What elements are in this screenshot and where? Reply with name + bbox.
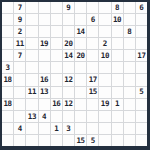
clue-cell-r9c6[interactable]: 12 [63, 99, 74, 110]
empty-cell-r7c12[interactable] [136, 74, 147, 85]
clue-cell-r5c6[interactable]: 14 [63, 50, 74, 61]
clue-cell-r12c7[interactable]: 15 [75, 135, 86, 146]
empty-cell-r3c12[interactable] [136, 26, 147, 37]
clue-cell-r8c3[interactable]: 11 [26, 87, 37, 98]
empty-cell-r12c9[interactable] [99, 135, 110, 146]
empty-cell-r11c1[interactable] [2, 123, 13, 134]
empty-cell-r9c4[interactable] [39, 99, 50, 110]
clue-cell-r12c8[interactable]: 5 [87, 135, 98, 146]
empty-cell-r6c12[interactable] [136, 62, 147, 73]
clue-cell-r5c2[interactable]: 7 [14, 50, 25, 61]
empty-cell-r2c11[interactable] [124, 14, 135, 25]
empty-cell-r1c5[interactable] [51, 2, 62, 13]
clue-cell-r4c4[interactable]: 19 [39, 38, 50, 49]
clue-cell-r2c2[interactable]: 9 [14, 14, 25, 25]
empty-cell-r7c2[interactable] [14, 74, 25, 85]
clue-cell-r3c7[interactable]: 14 [75, 26, 86, 37]
clue-cell-r8c12[interactable]: 5 [136, 87, 147, 98]
empty-cell-r11c11[interactable] [124, 123, 135, 134]
empty-cell-r6c8[interactable] [87, 62, 98, 73]
clue-cell-r5c7[interactable]: 20 [75, 50, 86, 61]
clue-cell-r3c11[interactable]: 8 [124, 26, 135, 37]
empty-cell-r5c1[interactable] [2, 50, 13, 61]
empty-cell-r7c5[interactable] [51, 74, 62, 85]
empty-cell-r6c7[interactable] [75, 62, 86, 73]
clue-cell-r5c12[interactable]: 17 [136, 50, 147, 61]
clue-cell-r7c1[interactable]: 18 [2, 74, 13, 85]
empty-cell-r2c3[interactable] [26, 14, 37, 25]
empty-cell-r12c4[interactable] [39, 135, 50, 146]
empty-cell-r4c5[interactable] [51, 38, 62, 49]
clue-cell-r8c8[interactable]: 15 [87, 87, 98, 98]
empty-cell-r5c10[interactable] [112, 50, 123, 61]
empty-cell-r9c7[interactable] [75, 99, 86, 110]
empty-cell-r9c12[interactable] [136, 99, 147, 110]
clue-cell-r11c6[interactable]: 3 [63, 123, 74, 134]
empty-cell-r2c7[interactable] [75, 14, 86, 25]
empty-cell-r3c3[interactable] [26, 26, 37, 37]
empty-cell-r9c2[interactable] [14, 99, 25, 110]
clue-cell-r5c9[interactable]: 10 [99, 50, 110, 61]
empty-cell-r2c1[interactable] [2, 14, 13, 25]
empty-cell-r6c5[interactable] [51, 62, 62, 73]
empty-cell-r3c4[interactable] [39, 26, 50, 37]
clue-cell-r4c6[interactable]: 20 [63, 38, 74, 49]
empty-cell-r6c9[interactable] [99, 62, 110, 73]
empty-cell-r6c3[interactable] [26, 62, 37, 73]
empty-cell-r12c6[interactable] [63, 135, 74, 146]
empty-cell-r8c5[interactable] [51, 87, 62, 98]
clue-cell-r8c4[interactable]: 13 [39, 87, 50, 98]
empty-cell-r5c11[interactable] [124, 50, 135, 61]
clue-cell-r7c6[interactable]: 12 [63, 74, 74, 85]
clue-cell-r1c10[interactable]: 8 [112, 2, 123, 13]
empty-cell-r11c12[interactable] [136, 123, 147, 134]
clue-cell-r4c2[interactable]: 11 [14, 38, 25, 49]
empty-cell-r4c11[interactable] [124, 38, 135, 49]
clue-cell-r1c6[interactable]: 9 [63, 2, 74, 13]
empty-cell-r10c12[interactable] [136, 111, 147, 122]
empty-cell-r5c3[interactable] [26, 50, 37, 61]
empty-cell-r11c7[interactable] [75, 123, 86, 134]
empty-cell-r12c12[interactable] [136, 135, 147, 146]
empty-cell-r3c9[interactable] [99, 26, 110, 37]
clue-cell-r4c9[interactable]: 2 [99, 38, 110, 49]
clue-cell-r9c9[interactable]: 19 [99, 99, 110, 110]
empty-cell-r5c5[interactable] [51, 50, 62, 61]
empty-cell-r8c7[interactable] [75, 87, 86, 98]
empty-cell-r6c10[interactable] [112, 62, 123, 73]
empty-cell-r2c5[interactable] [51, 14, 62, 25]
empty-cell-r8c11[interactable] [124, 87, 135, 98]
empty-cell-r8c9[interactable] [99, 87, 110, 98]
clue-cell-r11c2[interactable]: 4 [14, 123, 25, 134]
empty-cell-r7c7[interactable] [75, 74, 86, 85]
clue-cell-r9c10[interactable]: 1 [112, 99, 123, 110]
clue-cell-r9c1[interactable]: 18 [2, 99, 13, 110]
empty-cell-r1c9[interactable] [99, 2, 110, 13]
empty-cell-r4c10[interactable] [112, 38, 123, 49]
empty-cell-r12c11[interactable] [124, 135, 135, 146]
empty-cell-r8c2[interactable] [14, 87, 25, 98]
empty-cell-r2c9[interactable] [99, 14, 110, 25]
empty-cell-r6c2[interactable] [14, 62, 25, 73]
clue-cell-r3c2[interactable]: 2 [14, 26, 25, 37]
empty-cell-r7c3[interactable] [26, 74, 37, 85]
empty-cell-r10c5[interactable] [51, 111, 62, 122]
empty-cell-r11c8[interactable] [87, 123, 98, 134]
clue-cell-r11c5[interactable]: 1 [51, 123, 62, 134]
empty-cell-r3c10[interactable] [112, 26, 123, 37]
empty-cell-r8c1[interactable] [2, 87, 13, 98]
empty-cell-r12c1[interactable] [2, 135, 13, 146]
empty-cell-r10c11[interactable] [124, 111, 135, 122]
empty-cell-r7c11[interactable] [124, 74, 135, 85]
empty-cell-r4c12[interactable] [136, 38, 147, 49]
empty-cell-r10c2[interactable] [14, 111, 25, 122]
empty-cell-r9c8[interactable] [87, 99, 98, 110]
clue-cell-r1c12[interactable]: 6 [136, 2, 147, 13]
clue-cell-r7c8[interactable]: 17 [87, 74, 98, 85]
empty-cell-r10c8[interactable] [87, 111, 98, 122]
empty-cell-r4c7[interactable] [75, 38, 86, 49]
empty-cell-r11c10[interactable] [112, 123, 123, 134]
empty-cell-r3c1[interactable] [2, 26, 13, 37]
clue-cell-r9c5[interactable]: 16 [51, 99, 62, 110]
empty-cell-r7c9[interactable] [99, 74, 110, 85]
empty-cell-r10c10[interactable] [112, 111, 123, 122]
empty-cell-r12c10[interactable] [112, 135, 123, 146]
numberlink-puzzle: 7986961021481119202714201017318161217111… [0, 0, 150, 150]
clue-cell-r2c10[interactable]: 10 [112, 14, 123, 25]
empty-cell-r6c4[interactable] [39, 62, 50, 73]
empty-cell-r2c4[interactable] [39, 14, 50, 25]
empty-cell-r11c3[interactable] [26, 123, 37, 134]
empty-cell-r3c5[interactable] [51, 26, 62, 37]
clue-cell-r10c3[interactable]: 13 [26, 111, 37, 122]
clue-cell-r6c1[interactable]: 3 [2, 62, 13, 73]
empty-cell-r3c8[interactable] [87, 26, 98, 37]
empty-cell-r10c7[interactable] [75, 111, 86, 122]
empty-cell-r10c1[interactable] [2, 111, 13, 122]
numberlink-board: 7986961021481119202714201017318161217111… [0, 0, 150, 150]
empty-cell-r1c8[interactable] [87, 2, 98, 13]
empty-cell-r9c11[interactable] [124, 99, 135, 110]
empty-cell-r7c10[interactable] [112, 74, 123, 85]
empty-cell-r2c12[interactable] [136, 14, 147, 25]
empty-cell-r5c8[interactable] [87, 50, 98, 61]
empty-cell-r12c3[interactable] [26, 135, 37, 146]
empty-cell-r4c8[interactable] [87, 38, 98, 49]
empty-cell-r6c6[interactable] [63, 62, 74, 73]
empty-cell-r12c2[interactable] [14, 135, 25, 146]
clue-cell-r2c8[interactable]: 6 [87, 14, 98, 25]
empty-cell-r1c11[interactable] [124, 2, 135, 13]
empty-cell-r3c6[interactable] [63, 26, 74, 37]
empty-cell-r4c1[interactable] [2, 38, 13, 49]
empty-cell-r1c1[interactable] [2, 2, 13, 13]
empty-cell-r1c7[interactable] [75, 2, 86, 13]
empty-cell-r10c6[interactable] [63, 111, 74, 122]
empty-cell-r1c3[interactable] [26, 2, 37, 13]
empty-cell-r11c4[interactable] [39, 123, 50, 134]
empty-cell-r2c6[interactable] [63, 14, 74, 25]
empty-cell-r1c4[interactable] [39, 2, 50, 13]
empty-cell-r12c5[interactable] [51, 135, 62, 146]
clue-cell-r7c4[interactable]: 16 [39, 74, 50, 85]
empty-cell-r6c11[interactable] [124, 62, 135, 73]
empty-cell-r10c9[interactable] [99, 111, 110, 122]
empty-cell-r8c6[interactable] [63, 87, 74, 98]
clue-cell-r1c2[interactable]: 7 [14, 2, 25, 13]
empty-cell-r5c4[interactable] [39, 50, 50, 61]
empty-cell-r4c3[interactable] [26, 38, 37, 49]
empty-cell-r9c3[interactable] [26, 99, 37, 110]
clue-cell-r10c4[interactable]: 4 [39, 111, 50, 122]
empty-cell-r11c9[interactable] [99, 123, 110, 134]
empty-cell-r8c10[interactable] [112, 87, 123, 98]
